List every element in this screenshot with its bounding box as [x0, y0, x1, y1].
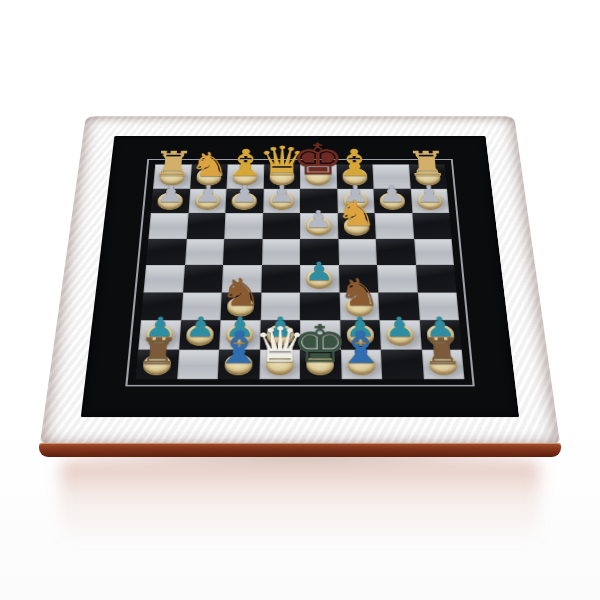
- bishop-figure-elder-in-blue-robe: ♝: [336, 326, 387, 371]
- chess-piece-romans-pawn-h7[interactable]: ♟: [410, 188, 449, 213]
- chess-piece-romans-pawn-c7[interactable]: ♟: [225, 188, 263, 213]
- chess-piece-barbarians-pawn-f2[interactable]: ♟: [340, 320, 381, 349]
- chess-piece-romans-pawn-b7[interactable]: ♟: [188, 188, 226, 213]
- square-g3[interactable]: [378, 292, 419, 320]
- chess-piece-romans-pawn-a7[interactable]: ♟: [151, 188, 190, 213]
- square-d2[interactable]: [260, 320, 300, 349]
- chess-piece-barbarians-pawn-a2[interactable]: ♟: [138, 320, 180, 349]
- piece-base: [428, 354, 457, 374]
- chess-piece-barbarians-pawn-b2[interactable]: ♟: [179, 320, 221, 349]
- pawn-figure-legionary-with-silver-shield-and-red-plumed-helmet: ♟: [156, 183, 186, 206]
- chess-piece-romans-pawn-e6[interactable]: ♟: [300, 213, 338, 239]
- piece-base: [145, 325, 174, 344]
- rook-figure-wooden-ship-with-sails: ♜: [421, 334, 464, 370]
- chess-piece-barbarians-pawn-e4[interactable]: ♟: [300, 265, 339, 292]
- rook-figure-siege-tower: ♜: [405, 147, 450, 181]
- piece-base: [386, 325, 414, 344]
- square-a1[interactable]: [136, 349, 179, 379]
- square-b2[interactable]: [179, 320, 221, 349]
- pawn-figure-legionary-with-silver-shield-and-red-plumed-helmet: ♟: [230, 183, 258, 206]
- chess-piece-romans-pawn-g7[interactable]: ♟: [373, 188, 411, 213]
- square-g4[interactable]: [377, 265, 417, 292]
- queen-figure-lady-in-white-gown: ♛: [252, 321, 306, 370]
- piece-base: [266, 354, 294, 374]
- square-g2[interactable]: [380, 320, 422, 349]
- square-h2[interactable]: [419, 320, 461, 349]
- chess-piece-barbarians-pawn-g2[interactable]: ♟: [380, 320, 422, 349]
- piece-base: [346, 325, 374, 344]
- pawn-figure-legionary-with-silver-shield-and-red-plumed-helmet: ♟: [267, 183, 295, 206]
- square-e1[interactable]: [300, 349, 341, 379]
- chess-piece-barbarians-rook-a1[interactable]: ♜: [136, 349, 179, 379]
- square-f2[interactable]: [340, 320, 381, 349]
- square-f1[interactable]: [340, 349, 382, 379]
- board-surface: ♜♞♝♛♚♝♜♟♟♟♟♟♟♟♟♞♟♞♞♟♟♟♟♟♟♟♜♝♛♚♝♜: [81, 136, 519, 417]
- pawn-figure-warrior-in-teal-armor-with-winged-silver-helmet: ♟: [144, 313, 176, 340]
- pawn-figure-warrior-in-teal-armor-with-winged-silver-helmet: ♟: [184, 313, 216, 340]
- pawn-figure-warrior-in-teal-armor-with-winged-silver-helmet: ♟: [384, 313, 416, 340]
- knight-figure-brown-war-horse: ♞: [337, 274, 381, 312]
- piece-base: [266, 325, 293, 344]
- chess-piece-romans-knight-f6[interactable]: ♞: [337, 213, 375, 239]
- pawn-figure-warrior-in-teal-armor-with-winged-silver-helmet: ♟: [424, 313, 456, 340]
- knight-figure-cavalry-horse-with-armored-rider: ♞: [335, 196, 378, 231]
- piece-base: [143, 354, 172, 374]
- pawn-figure-warrior-in-teal-armor-with-winged-silver-helmet: ♟: [305, 259, 334, 284]
- bishop-figure-nobleman-in-yellow-toga: ♝: [331, 145, 377, 182]
- square-b4[interactable]: [183, 265, 223, 292]
- chess-piece-barbarians-king-e1[interactable]: ♚: [300, 349, 341, 379]
- chess-piece-barbarians-bishop-c1[interactable]: ♝: [218, 349, 260, 379]
- pieces-layer: ♜♞♝♛♚♝♜♟♟♟♟♟♟♟♟♞♟♞♞♟♟♟♟♟♟♟♜♝♛♚♝♜: [136, 164, 465, 379]
- piece-base: [345, 297, 372, 316]
- piece-base: [306, 354, 334, 374]
- square-b3[interactable]: [181, 292, 222, 320]
- square-a3[interactable]: [141, 292, 183, 320]
- square-h3[interactable]: [417, 292, 459, 320]
- bishop-figure-elder-in-blue-robe: ♝: [214, 326, 265, 371]
- product-photo-stage: ♜♞♝♛♚♝♜♟♟♟♟♟♟♟♟♞♟♞♞♟♟♟♟♟♟♟♜♝♛♚♝♜: [0, 0, 600, 600]
- square-d1[interactable]: [259, 349, 300, 379]
- king-figure-chieftain-in-dark-green-cloak: ♚: [292, 318, 350, 370]
- square-g1[interactable]: [381, 349, 423, 379]
- chess-board: ♜♞♝♛♚♝♜♟♟♟♟♟♟♟♟♞♟♞♞♟♟♟♟♟♟♟♜♝♛♚♝♜: [40, 116, 561, 446]
- pawn-figure-warrior-in-teal-armor-with-winged-silver-helmet: ♟: [345, 313, 376, 340]
- square-c1[interactable]: [218, 349, 260, 379]
- square-h1[interactable]: [421, 349, 464, 379]
- piece-base: [426, 325, 455, 344]
- chess-piece-barbarians-pawn-d2[interactable]: ♟: [260, 320, 300, 349]
- rook-figure-wooden-ship-with-sails: ♜: [137, 334, 180, 370]
- pawn-figure-legionary-with-silver-shield-and-red-plumed-helmet: ♟: [378, 183, 407, 206]
- square-b1[interactable]: [177, 349, 219, 379]
- chess-piece-romans-pawn-d7[interactable]: ♟: [263, 188, 300, 213]
- square-h4[interactable]: [416, 265, 457, 292]
- chess-piece-barbarians-pawn-h2[interactable]: ♟: [419, 320, 461, 349]
- table-reflection: [60, 460, 540, 546]
- square-a4[interactable]: [144, 265, 185, 292]
- square-c2[interactable]: [219, 320, 260, 349]
- piece-base: [227, 297, 254, 316]
- square-a2[interactable]: [138, 320, 180, 349]
- pawn-figure-legionary-with-silver-shield-and-red-plumed-helmet: ♟: [193, 183, 222, 206]
- chess-piece-barbarians-queen-d1[interactable]: ♛: [259, 349, 300, 379]
- piece-base: [186, 325, 214, 344]
- knight-figure-brown-war-horse: ♞: [219, 274, 263, 312]
- chess-piece-barbarians-pawn-c2[interactable]: ♟: [219, 320, 260, 349]
- pawn-figure-legionary-with-silver-shield-and-red-plumed-helmet: ♟: [414, 183, 444, 206]
- chess-piece-barbarians-bishop-f1[interactable]: ♝: [340, 349, 382, 379]
- chess-piece-barbarians-rook-h1[interactable]: ♜: [421, 349, 464, 379]
- piece-base: [226, 325, 254, 344]
- square-d4[interactable]: [261, 265, 300, 292]
- square-e2[interactable]: [300, 320, 340, 349]
- piece-base: [225, 354, 253, 374]
- pawn-figure-legionary-with-silver-shield-and-red-plumed-helmet: ♟: [305, 207, 333, 231]
- piece-base: [347, 354, 375, 374]
- pawn-figure-warrior-in-teal-armor-with-winged-silver-helmet: ♟: [225, 313, 256, 340]
